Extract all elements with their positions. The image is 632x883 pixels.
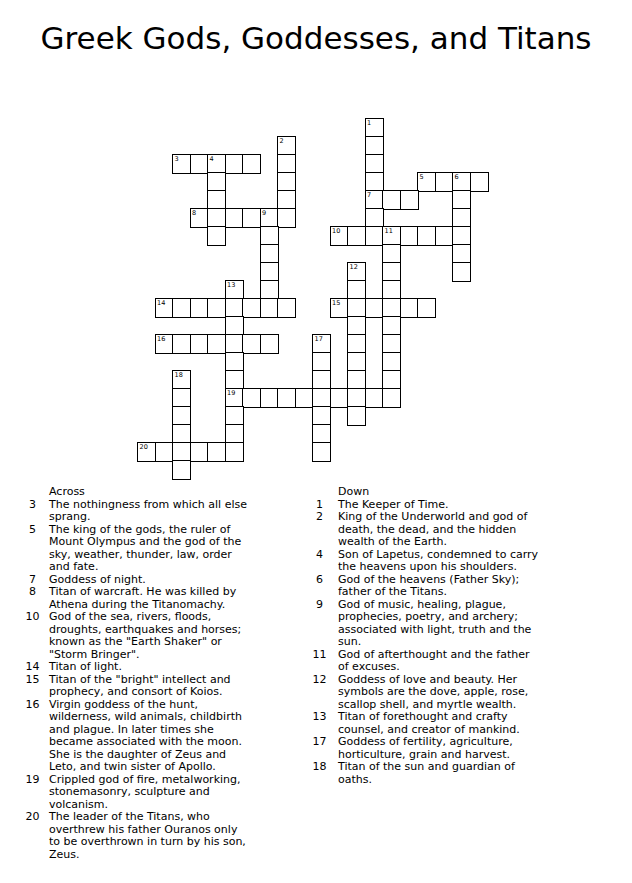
clue-item: 17Goddess of fertility, agriculture, hor… bbox=[312, 736, 612, 761]
grid-cell[interactable] bbox=[225, 442, 244, 462]
grid-cell[interactable]: 10 bbox=[330, 226, 349, 246]
cell-number: 12 bbox=[350, 264, 358, 271]
grid-cell[interactable] bbox=[312, 352, 331, 372]
cell-number: 6 bbox=[455, 174, 459, 181]
clue-text: Titan of the sun and guardian of oaths. bbox=[338, 761, 543, 786]
grid-cell[interactable] bbox=[365, 154, 384, 174]
cell-number: 1 bbox=[367, 120, 371, 127]
cell-number: 17 bbox=[315, 336, 323, 343]
clue-text: God of the sea, rivers, floods, droughts… bbox=[49, 611, 251, 661]
grid-cell[interactable] bbox=[190, 298, 209, 318]
clue-text: The king of the gods, the ruler of Mount… bbox=[49, 524, 251, 574]
clue-text: Titan of light. bbox=[49, 661, 251, 674]
grid-cell[interactable]: 17 bbox=[312, 334, 331, 354]
clue-number: 8 bbox=[25, 586, 40, 599]
grid-cell[interactable] bbox=[452, 190, 471, 210]
grid-cell[interactable] bbox=[295, 388, 314, 408]
clue-number: 10 bbox=[25, 611, 40, 624]
grid-cell[interactable] bbox=[347, 370, 366, 390]
clue-number: 13 bbox=[312, 711, 327, 724]
grid-cell[interactable] bbox=[172, 388, 191, 408]
grid-cell[interactable] bbox=[382, 352, 401, 372]
grid-cell[interactable] bbox=[382, 370, 401, 390]
cell-number: 15 bbox=[332, 300, 340, 307]
grid-cell[interactable] bbox=[242, 154, 261, 174]
clue-text: Son of Lapetus, condemned to carry the h… bbox=[338, 549, 543, 574]
grid-cell[interactable]: 16 bbox=[155, 334, 174, 354]
clue-number: 17 bbox=[312, 736, 327, 749]
grid-cell[interactable]: 14 bbox=[155, 298, 174, 318]
grid-cell[interactable] bbox=[225, 424, 244, 444]
grid-cell[interactable] bbox=[470, 172, 489, 192]
grid-cell[interactable] bbox=[347, 280, 366, 300]
clue-number: 19 bbox=[25, 774, 40, 787]
clue-number: 11 bbox=[312, 649, 327, 662]
cell-number: 5 bbox=[420, 174, 424, 181]
clue-text: Titan of the "bright" intellect and prop… bbox=[49, 674, 251, 699]
cell-number: 20 bbox=[140, 444, 148, 451]
clue-text: Virgin goddess of the hunt, wilderness, … bbox=[49, 699, 251, 774]
grid-cell[interactable] bbox=[382, 298, 401, 318]
grid-cell[interactable] bbox=[277, 154, 296, 174]
grid-cell[interactable] bbox=[260, 298, 279, 318]
grid-cell[interactable] bbox=[277, 208, 296, 228]
cell-number: 3 bbox=[175, 156, 179, 163]
cell-number: 10 bbox=[332, 228, 340, 235]
clue-item: 16Virgin goddess of the hunt, wilderness… bbox=[25, 699, 310, 774]
grid-cell[interactable] bbox=[347, 406, 366, 426]
grid-cell[interactable] bbox=[347, 298, 366, 318]
grid-cell[interactable]: 9 bbox=[260, 208, 279, 228]
grid-cell[interactable] bbox=[312, 406, 331, 426]
grid-cell[interactable] bbox=[225, 334, 244, 354]
grid-cell[interactable] bbox=[365, 136, 384, 156]
clue-text: Goddess of fertility, agriculture, horti… bbox=[338, 736, 543, 761]
grid-cell[interactable]: 6 bbox=[452, 172, 471, 192]
grid-cell[interactable] bbox=[277, 298, 296, 318]
clue-text: The nothingness from which all else spra… bbox=[49, 499, 251, 524]
cell-number: 8 bbox=[192, 210, 196, 217]
grid-cell[interactable] bbox=[382, 316, 401, 336]
grid-cell[interactable]: 15 bbox=[330, 298, 349, 318]
grid-cell[interactable]: 3 bbox=[172, 154, 191, 174]
grid-cell[interactable] bbox=[400, 226, 419, 246]
clue-item: 6God of the heavens (Father Sky); father… bbox=[312, 574, 612, 599]
clue-number: 2 bbox=[312, 511, 327, 524]
page-title: Greek Gods, Goddesses, and Titans bbox=[0, 20, 632, 56]
grid-cell[interactable] bbox=[382, 262, 401, 282]
clue-text: King of the Underworld and god of death,… bbox=[338, 511, 543, 549]
grid-cell[interactable] bbox=[382, 334, 401, 354]
grid-cell[interactable]: 5 bbox=[417, 172, 436, 192]
grid-cell[interactable] bbox=[207, 190, 226, 210]
grid-cell[interactable]: 13 bbox=[225, 280, 244, 300]
grid-cell[interactable] bbox=[172, 298, 191, 318]
clue-item: 10God of the sea, rivers, floods, drough… bbox=[25, 611, 310, 661]
grid-cell[interactable] bbox=[225, 316, 244, 336]
grid-cell[interactable]: 20 bbox=[137, 442, 156, 462]
grid-cell[interactable] bbox=[435, 226, 454, 246]
cell-number: 16 bbox=[157, 336, 165, 343]
grid-cell[interactable] bbox=[452, 208, 471, 228]
clue-item: 19Crippled god of fire, metalworking, st… bbox=[25, 774, 310, 812]
grid-cell[interactable] bbox=[260, 226, 279, 246]
grid-cell[interactable] bbox=[225, 352, 244, 372]
grid-cell[interactable] bbox=[400, 298, 419, 318]
clue-item: 2King of the Underworld and god of death… bbox=[312, 511, 612, 549]
clue-text: Titan of warcraft. He was killed by Athe… bbox=[49, 586, 251, 611]
clue-number: 3 bbox=[25, 499, 40, 512]
clue-text: Goddess of love and beauty. Her symbols … bbox=[338, 674, 543, 712]
grid-cell[interactable] bbox=[417, 226, 436, 246]
cell-number: 4 bbox=[210, 156, 214, 163]
clue-item: 5The king of the gods, the ruler of Moun… bbox=[25, 524, 310, 574]
grid-cell[interactable] bbox=[277, 172, 296, 192]
grid-cell[interactable] bbox=[312, 388, 331, 408]
grid-cell[interactable] bbox=[277, 190, 296, 210]
cell-number: 13 bbox=[227, 282, 235, 289]
clue-item: 8Titan of warcraft. He was killed by Ath… bbox=[25, 586, 310, 611]
grid-cell[interactable] bbox=[225, 298, 244, 318]
grid-cell[interactable] bbox=[260, 244, 279, 264]
grid-cell[interactable] bbox=[277, 388, 296, 408]
cell-number: 7 bbox=[367, 192, 371, 199]
crossword-grid: 1234567891011121314151617181920 bbox=[137, 118, 499, 482]
clue-number: 14 bbox=[25, 661, 40, 674]
grid-cell[interactable] bbox=[207, 226, 226, 246]
down-clue-list: 1The Keeper of Time.2King of the Underwo… bbox=[312, 499, 612, 787]
cell-number: 2 bbox=[280, 138, 284, 145]
grid-cell[interactable] bbox=[207, 298, 226, 318]
grid-cell[interactable] bbox=[242, 298, 261, 318]
grid-cell[interactable] bbox=[452, 226, 471, 246]
across-clues-panel: Across 3The nothingness from which all e… bbox=[25, 486, 310, 861]
grid-cell[interactable] bbox=[225, 370, 244, 390]
grid-cell[interactable]: 19 bbox=[225, 388, 244, 408]
grid-cell[interactable] bbox=[172, 334, 191, 354]
grid-cell[interactable] bbox=[417, 298, 436, 318]
grid-cell[interactable] bbox=[207, 442, 226, 462]
grid-cell[interactable] bbox=[225, 406, 244, 426]
grid-cell[interactable]: 11 bbox=[382, 226, 401, 246]
clue-item: 14Titan of light. bbox=[25, 661, 310, 674]
grid-cell[interactable] bbox=[312, 370, 331, 390]
grid-cell[interactable] bbox=[190, 154, 209, 174]
grid-cell[interactable] bbox=[207, 208, 226, 228]
grid-cell[interactable] bbox=[312, 442, 331, 462]
clue-text: Crippled god of fire, metalworking, ston… bbox=[49, 774, 251, 812]
clue-item: 20The leader of the Titans, who overthre… bbox=[25, 811, 310, 861]
clue-number: 6 bbox=[312, 574, 327, 587]
grid-cell[interactable]: 8 bbox=[190, 208, 209, 228]
grid-cell[interactable] bbox=[172, 460, 191, 480]
grid-cell[interactable]: 2 bbox=[277, 136, 296, 156]
grid-cell[interactable] bbox=[382, 388, 401, 408]
clue-item: 11God of afterthought and the father of … bbox=[312, 649, 612, 674]
grid-cell[interactable] bbox=[260, 262, 279, 282]
clue-number: 5 bbox=[25, 524, 40, 537]
grid-cell[interactable] bbox=[172, 424, 191, 444]
down-header: Down bbox=[338, 486, 612, 499]
clue-number: 18 bbox=[312, 761, 327, 774]
grid-cell[interactable] bbox=[347, 388, 366, 408]
clue-number: 9 bbox=[312, 599, 327, 612]
grid-cell[interactable] bbox=[365, 388, 384, 408]
grid-cell[interactable] bbox=[207, 334, 226, 354]
cell-number: 19 bbox=[227, 390, 235, 397]
grid-cell[interactable] bbox=[365, 226, 384, 246]
grid-cell[interactable] bbox=[312, 424, 331, 444]
clue-text: The leader of the Titans, who overthrew … bbox=[49, 811, 251, 861]
grid-cell[interactable] bbox=[382, 280, 401, 300]
clue-item: 18Titan of the sun and guardian of oaths… bbox=[312, 761, 612, 786]
clue-number: 16 bbox=[25, 699, 40, 712]
across-clue-list: 3The nothingness from which all else spr… bbox=[25, 499, 310, 862]
grid-cell[interactable] bbox=[225, 154, 244, 174]
grid-cell[interactable] bbox=[435, 172, 454, 192]
clue-item: 3The nothingness from which all else spr… bbox=[25, 499, 310, 524]
grid-cell[interactable] bbox=[365, 298, 384, 318]
grid-cell[interactable] bbox=[190, 334, 209, 354]
grid-cell[interactable]: 7 bbox=[365, 190, 384, 210]
grid-cell[interactable] bbox=[330, 388, 349, 408]
grid-cell[interactable]: 12 bbox=[347, 262, 366, 282]
clue-number: 15 bbox=[25, 674, 40, 687]
grid-cell[interactable] bbox=[242, 388, 261, 408]
grid-cell[interactable] bbox=[260, 334, 279, 354]
grid-cell[interactable] bbox=[452, 262, 471, 282]
grid-cell[interactable] bbox=[347, 226, 366, 246]
cell-number: 9 bbox=[262, 210, 266, 217]
grid-cell[interactable] bbox=[155, 442, 174, 462]
down-clues-panel: Down 1The Keeper of Time.2King of the Un… bbox=[312, 486, 612, 786]
grid-cell[interactable] bbox=[172, 406, 191, 426]
grid-cell[interactable] bbox=[400, 190, 419, 210]
clue-text: God of the heavens (Father Sky); father … bbox=[338, 574, 543, 599]
clue-item: 9God of music, healing, plague, propheci… bbox=[312, 599, 612, 649]
across-header: Across bbox=[49, 486, 310, 499]
grid-cell[interactable] bbox=[242, 334, 261, 354]
grid-cell[interactable] bbox=[225, 208, 244, 228]
cell-number: 14 bbox=[157, 300, 165, 307]
clue-item: 12Goddess of love and beauty. Her symbol… bbox=[312, 674, 612, 712]
grid-cell[interactable] bbox=[260, 388, 279, 408]
clue-item: 4Son of Lapetus, condemned to carry the … bbox=[312, 549, 612, 574]
grid-cell[interactable] bbox=[242, 208, 261, 228]
grid-cell[interactable] bbox=[382, 244, 401, 264]
grid-cell[interactable] bbox=[452, 244, 471, 264]
clue-number: 4 bbox=[312, 549, 327, 562]
clue-number: 12 bbox=[312, 674, 327, 687]
grid-cell[interactable] bbox=[190, 442, 209, 462]
grid-cell[interactable] bbox=[382, 190, 401, 210]
clue-item: 15Titan of the "bright" intellect and pr… bbox=[25, 674, 310, 699]
grid-cell[interactable]: 18 bbox=[172, 370, 191, 390]
clue-text: God of music, healing, plague, prophecie… bbox=[338, 599, 543, 649]
grid-cell[interactable] bbox=[347, 334, 366, 354]
clue-text: God of afterthought and the father of ex… bbox=[338, 649, 543, 674]
grid-cell[interactable] bbox=[347, 316, 366, 336]
grid-cell[interactable]: 4 bbox=[207, 154, 226, 174]
clue-text: Titan of forethought and crafty counsel,… bbox=[338, 711, 543, 736]
grid-cell[interactable] bbox=[172, 442, 191, 462]
grid-cell[interactable] bbox=[365, 172, 384, 192]
grid-cell[interactable] bbox=[260, 280, 279, 300]
clue-number: 20 bbox=[25, 811, 40, 824]
grid-cell[interactable]: 1 bbox=[365, 118, 384, 138]
cell-number: 18 bbox=[175, 372, 183, 379]
grid-cell[interactable] bbox=[365, 208, 384, 228]
grid-cell[interactable] bbox=[207, 172, 226, 192]
cell-number: 11 bbox=[385, 228, 393, 235]
grid-cell[interactable] bbox=[347, 352, 366, 372]
clue-item: 13Titan of forethought and crafty counse… bbox=[312, 711, 612, 736]
